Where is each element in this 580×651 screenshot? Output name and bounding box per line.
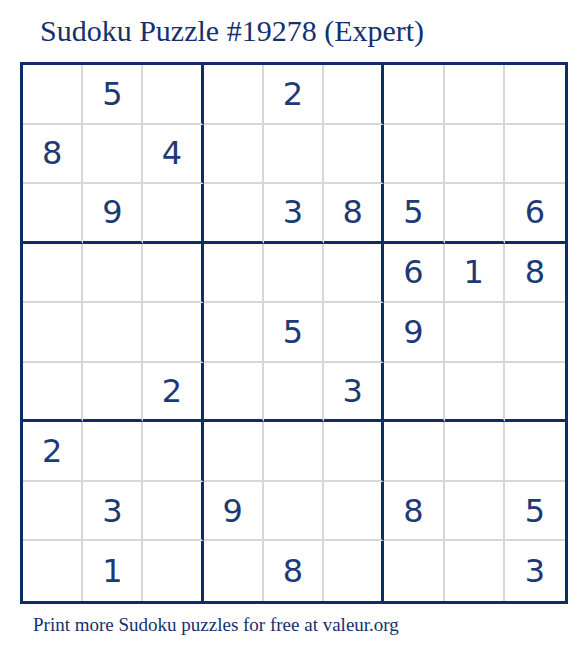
sudoku-cell[interactable]: 5 <box>83 65 143 125</box>
cell-value: 9 <box>403 316 423 348</box>
sudoku-cell[interactable] <box>204 363 264 423</box>
sudoku-cell[interactable]: 1 <box>445 244 505 304</box>
cell-value: 8 <box>403 495 423 527</box>
cell-value: 6 <box>525 196 545 228</box>
sudoku-cell[interactable]: 3 <box>264 184 324 244</box>
sudoku-cell[interactable]: 2 <box>264 65 324 125</box>
sudoku-cell[interactable] <box>23 303 83 363</box>
cell-value: 1 <box>463 256 483 288</box>
sudoku-cell[interactable] <box>83 422 143 482</box>
sudoku-cell[interactable] <box>143 65 203 125</box>
sudoku-cell[interactable] <box>384 65 444 125</box>
sudoku-cell[interactable]: 8 <box>505 244 565 304</box>
sudoku-cell[interactable] <box>83 363 143 423</box>
sudoku-cell[interactable]: 8 <box>264 541 324 601</box>
sudoku-cell[interactable] <box>143 541 203 601</box>
sudoku-cell[interactable] <box>23 184 83 244</box>
sudoku-cell[interactable] <box>264 482 324 542</box>
sudoku-cell[interactable]: 3 <box>83 482 143 542</box>
sudoku-cell[interactable] <box>505 363 565 423</box>
sudoku-cell[interactable]: 2 <box>143 363 203 423</box>
footer-text: Print more Sudoku puzzles for free at va… <box>33 614 399 636</box>
sudoku-cell[interactable]: 6 <box>384 244 444 304</box>
sudoku-cell[interactable] <box>23 482 83 542</box>
cell-value: 3 <box>102 495 122 527</box>
sudoku-cell[interactable]: 8 <box>23 125 83 185</box>
sudoku-cell[interactable]: 9 <box>384 303 444 363</box>
sudoku-cell[interactable]: 8 <box>384 482 444 542</box>
cell-value: 8 <box>283 555 303 587</box>
sudoku-cell[interactable] <box>324 65 384 125</box>
sudoku-cell[interactable] <box>445 541 505 601</box>
sudoku-cell[interactable] <box>143 244 203 304</box>
sudoku-cell[interactable] <box>23 541 83 601</box>
cell-value: 8 <box>525 256 545 288</box>
sudoku-cell[interactable] <box>445 422 505 482</box>
cell-value: 6 <box>403 256 423 288</box>
cell-value: 3 <box>283 196 303 228</box>
sudoku-cell[interactable]: 9 <box>204 482 264 542</box>
sudoku-cell[interactable] <box>324 244 384 304</box>
sudoku-cell[interactable] <box>505 65 565 125</box>
page: Sudoku Puzzle #19278 (Expert) 5284938566… <box>0 0 580 651</box>
sudoku-cell[interactable] <box>264 125 324 185</box>
puzzle-title: Sudoku Puzzle #19278 (Expert) <box>40 12 424 50</box>
sudoku-cell[interactable]: 3 <box>505 541 565 601</box>
cell-value: 2 <box>162 375 182 407</box>
sudoku-cell[interactable] <box>23 65 83 125</box>
sudoku-cell[interactable] <box>505 422 565 482</box>
cell-value: 4 <box>162 137 182 169</box>
sudoku-cell[interactable] <box>204 65 264 125</box>
cell-value: 5 <box>403 196 423 228</box>
sudoku-cell[interactable] <box>324 541 384 601</box>
cell-value: 5 <box>525 495 545 527</box>
sudoku-cell[interactable] <box>324 482 384 542</box>
sudoku-cell[interactable] <box>384 541 444 601</box>
sudoku-cell[interactable] <box>204 184 264 244</box>
sudoku-cell[interactable]: 1 <box>83 541 143 601</box>
cell-value: 2 <box>42 435 62 467</box>
sudoku-board: 528493856618592323985183 <box>20 62 568 604</box>
sudoku-cell[interactable] <box>445 65 505 125</box>
sudoku-cell[interactable]: 3 <box>324 363 384 423</box>
sudoku-cell[interactable] <box>204 422 264 482</box>
cell-value: 5 <box>283 316 303 348</box>
sudoku-cell[interactable] <box>324 125 384 185</box>
sudoku-cell[interactable] <box>384 422 444 482</box>
sudoku-cell[interactable] <box>505 303 565 363</box>
sudoku-cell[interactable]: 5 <box>384 184 444 244</box>
sudoku-cell[interactable] <box>23 363 83 423</box>
sudoku-cell[interactable] <box>505 125 565 185</box>
cell-value: 8 <box>42 137 62 169</box>
sudoku-cell[interactable] <box>143 184 203 244</box>
cell-value: 3 <box>525 555 545 587</box>
sudoku-cell[interactable] <box>384 363 444 423</box>
sudoku-cell[interactable]: 6 <box>505 184 565 244</box>
cell-value: 1 <box>102 555 122 587</box>
sudoku-cell[interactable] <box>264 363 324 423</box>
sudoku-cell[interactable] <box>324 303 384 363</box>
sudoku-cell[interactable] <box>264 244 324 304</box>
cell-value: 5 <box>102 78 122 110</box>
sudoku-cell[interactable] <box>83 244 143 304</box>
sudoku-cell[interactable] <box>445 303 505 363</box>
sudoku-cell[interactable] <box>83 303 143 363</box>
sudoku-cell[interactable] <box>204 541 264 601</box>
cell-value: 3 <box>343 375 363 407</box>
sudoku-cell[interactable] <box>143 482 203 542</box>
sudoku-cell[interactable] <box>445 184 505 244</box>
sudoku-cell[interactable] <box>445 363 505 423</box>
sudoku-cell[interactable] <box>384 125 444 185</box>
sudoku-cell[interactable]: 9 <box>83 184 143 244</box>
sudoku-cell[interactable]: 2 <box>23 422 83 482</box>
cell-value: 9 <box>223 495 243 527</box>
sudoku-cell[interactable] <box>264 422 324 482</box>
sudoku-cell[interactable] <box>204 244 264 304</box>
sudoku-cell[interactable] <box>445 125 505 185</box>
sudoku-cell[interactable] <box>324 422 384 482</box>
sudoku-cell[interactable] <box>83 125 143 185</box>
sudoku-cell[interactable] <box>23 244 83 304</box>
sudoku-cell[interactable]: 5 <box>505 482 565 542</box>
cell-value: 8 <box>343 196 363 228</box>
sudoku-cell[interactable] <box>143 422 203 482</box>
sudoku-cell[interactable] <box>143 303 203 363</box>
cell-value: 9 <box>102 196 122 228</box>
sudoku-cell[interactable]: 4 <box>143 125 203 185</box>
sudoku-cell[interactable]: 5 <box>264 303 324 363</box>
sudoku-cell[interactable]: 8 <box>324 184 384 244</box>
sudoku-cell[interactable] <box>204 125 264 185</box>
sudoku-cell[interactable] <box>445 482 505 542</box>
cell-value: 2 <box>283 78 303 110</box>
sudoku-cell[interactable] <box>204 303 264 363</box>
